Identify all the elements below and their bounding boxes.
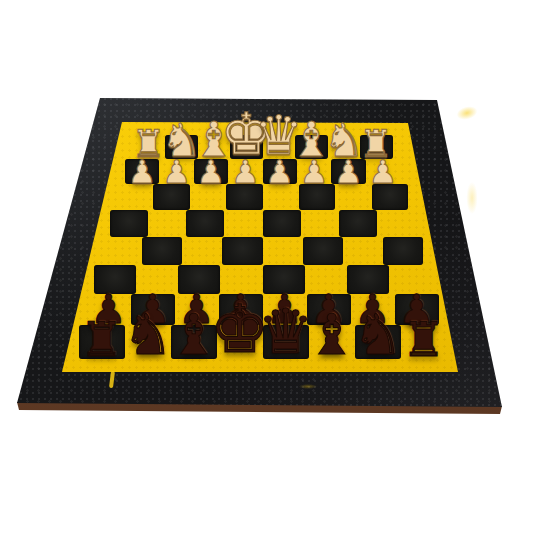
square-b5[interactable] xyxy=(343,237,383,265)
square-b4[interactable] xyxy=(339,210,377,237)
square-f5[interactable] xyxy=(182,237,222,265)
square-a4[interactable] xyxy=(377,210,415,237)
square-e3[interactable] xyxy=(226,184,262,210)
square-h4[interactable] xyxy=(110,210,148,237)
square-h5[interactable] xyxy=(102,237,142,265)
piece-black-bishop[interactable]: ♝ xyxy=(306,307,356,363)
board-row-rank-4 xyxy=(110,210,416,237)
square-c5[interactable] xyxy=(303,237,343,265)
board-row-rank-3 xyxy=(117,184,408,210)
square-e8[interactable]: ♚ xyxy=(217,325,263,359)
square-h3[interactable] xyxy=(117,184,153,210)
square-h8[interactable]: ♜ xyxy=(79,325,125,359)
square-a8[interactable]: ♜ xyxy=(401,325,447,359)
square-e5[interactable] xyxy=(222,237,262,265)
square-d4[interactable] xyxy=(263,210,301,237)
square-g4[interactable] xyxy=(148,210,186,237)
paint-smudge xyxy=(450,100,484,125)
square-g3[interactable] xyxy=(153,184,189,210)
board-row-rank-8: ♜♞♝♚♛♝♞♜ xyxy=(79,325,447,359)
board-row-rank-2: ♟♟♟♟♟♟♟♟ xyxy=(125,159,400,184)
square-g8[interactable]: ♞ xyxy=(125,325,171,359)
square-d3[interactable] xyxy=(263,184,299,210)
square-g2[interactable]: ♟ xyxy=(159,159,193,184)
square-d5[interactable] xyxy=(263,237,303,265)
square-f2[interactable]: ♟ xyxy=(194,159,228,184)
square-b3[interactable] xyxy=(335,184,371,210)
square-c8[interactable]: ♝ xyxy=(309,325,355,359)
square-f3[interactable] xyxy=(190,184,226,210)
square-d2[interactable]: ♟ xyxy=(263,159,297,184)
square-h2[interactable]: ♟ xyxy=(125,159,159,184)
square-a2[interactable]: ♟ xyxy=(366,159,400,184)
piece-black-queen[interactable]: ♛ xyxy=(258,301,314,363)
square-e2[interactable]: ♟ xyxy=(228,159,262,184)
square-c3[interactable] xyxy=(299,184,335,210)
square-c2[interactable]: ♟ xyxy=(297,159,331,184)
square-a3[interactable] xyxy=(372,184,408,210)
square-a5[interactable] xyxy=(383,237,423,265)
piece-black-rook[interactable]: ♜ xyxy=(402,315,445,363)
square-g5[interactable] xyxy=(142,237,182,265)
square-f4[interactable] xyxy=(186,210,224,237)
piece-black-knight[interactable]: ♞ xyxy=(352,307,402,363)
piece-black-knight[interactable]: ♞ xyxy=(122,307,172,363)
square-e4[interactable] xyxy=(224,210,262,237)
board-row-rank-5 xyxy=(102,237,423,265)
square-c4[interactable] xyxy=(301,210,339,237)
chessboard-photo: ♜♞♝♚♛♝♞♜♟♟♟♟♟♟♟♟♟♟♟♟♟♟♟♟♜♞♝♚♛♝♞♜ xyxy=(0,0,533,533)
piece-black-rook[interactable]: ♜ xyxy=(80,315,123,363)
square-d8[interactable]: ♛ xyxy=(263,325,309,359)
chess-grid: ♜♞♝♚♛♝♞♜♟♟♟♟♟♟♟♟♟♟♟♟♟♟♟♟♜♞♝♚♛♝♞♜ xyxy=(0,135,529,359)
square-b8[interactable]: ♞ xyxy=(355,325,401,359)
square-b2[interactable]: ♟ xyxy=(331,159,365,184)
